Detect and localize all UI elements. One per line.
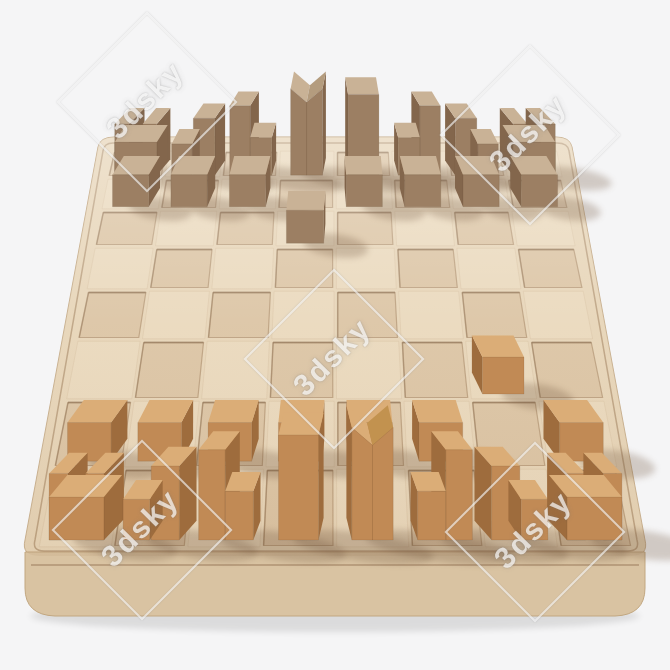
product-render-stage: 3dsky3dsky3dsky3dsky3dsky xyxy=(0,0,670,670)
chess-set-render xyxy=(0,0,670,670)
